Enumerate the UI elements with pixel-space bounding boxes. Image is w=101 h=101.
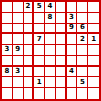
cell-r2c6[interactable] — [56, 13, 67, 24]
cell-r9c2[interactable] — [13, 88, 24, 99]
cell-r3c2[interactable] — [13, 24, 24, 35]
cell-r4c4: 7 — [34, 34, 45, 45]
cell-r9c9[interactable] — [88, 88, 99, 99]
cell-r7c2: 3 — [13, 67, 24, 78]
cell-r3c3[interactable] — [24, 24, 35, 35]
cell-r4c5[interactable] — [45, 34, 56, 45]
cell-r8c2[interactable] — [13, 77, 24, 88]
cell-r1c3: 2 — [24, 2, 35, 13]
cell-r8c7[interactable] — [67, 77, 78, 88]
cell-r6c3[interactable] — [24, 56, 35, 67]
cell-r2c5: 8 — [45, 13, 56, 24]
cell-r5c1: 3 — [2, 45, 13, 56]
cell-r8c1[interactable] — [2, 77, 13, 88]
cell-r8c8: 5 — [77, 77, 88, 88]
cell-r7c8[interactable] — [77, 67, 88, 78]
cell-r6c8[interactable] — [77, 56, 88, 67]
cell-r7c5[interactable] — [45, 67, 56, 78]
cell-r5c5[interactable] — [45, 45, 56, 56]
cell-r6c5[interactable] — [45, 56, 56, 67]
cell-r9c7[interactable] — [67, 88, 78, 99]
cell-r9c4[interactable] — [34, 88, 45, 99]
cell-r1c2[interactable] — [13, 2, 24, 13]
cell-r2c7: 3 — [67, 13, 78, 24]
cell-r5c2: 9 — [13, 45, 24, 56]
cell-r3c9[interactable] — [88, 24, 99, 35]
cell-r1c9[interactable] — [88, 2, 99, 13]
cell-r4c6[interactable] — [56, 34, 67, 45]
cell-r9c6[interactable] — [56, 88, 67, 99]
cell-r4c7[interactable] — [67, 34, 78, 45]
cell-r8c9[interactable] — [88, 77, 99, 88]
cell-r1c4: 5 — [34, 2, 45, 13]
cell-r7c1: 8 — [2, 67, 13, 78]
cell-r1c6[interactable] — [56, 2, 67, 13]
cell-r6c6[interactable] — [56, 56, 67, 67]
cell-r4c9: 1 — [88, 34, 99, 45]
cell-r7c6[interactable] — [56, 67, 67, 78]
cell-r9c8[interactable] — [77, 88, 88, 99]
cell-r3c4[interactable] — [34, 24, 45, 35]
cell-r1c7[interactable] — [67, 2, 78, 13]
cell-r2c9[interactable] — [88, 13, 99, 24]
cell-r4c1[interactable] — [2, 34, 13, 45]
cell-r6c1[interactable] — [2, 56, 13, 67]
cell-r3c8: 6 — [77, 24, 88, 35]
cell-r2c8[interactable] — [77, 13, 88, 24]
cell-r8c3[interactable] — [24, 77, 35, 88]
cell-r7c4[interactable] — [34, 67, 45, 78]
cell-r5c7[interactable] — [67, 45, 78, 56]
cell-r3c5[interactable] — [45, 24, 56, 35]
cell-r6c4[interactable] — [34, 56, 45, 67]
cell-r5c6[interactable] — [56, 45, 67, 56]
cell-r9c5[interactable] — [45, 88, 56, 99]
cell-r4c3[interactable] — [24, 34, 35, 45]
cell-r5c8[interactable] — [77, 45, 88, 56]
cell-r7c9[interactable] — [88, 67, 99, 78]
cell-r5c9[interactable] — [88, 45, 99, 56]
cell-r8c4: 1 — [34, 77, 45, 88]
cell-r9c3[interactable] — [24, 88, 35, 99]
cell-r7c7: 4 — [67, 67, 78, 78]
cell-r4c8: 2 — [77, 34, 88, 45]
sudoku-board: 25483967213983415 — [0, 0, 101, 101]
cell-r2c4[interactable] — [34, 13, 45, 24]
cell-r1c5: 4 — [45, 2, 56, 13]
cell-r2c3[interactable] — [24, 13, 35, 24]
cell-r7c3[interactable] — [24, 67, 35, 78]
cell-r4c2[interactable] — [13, 34, 24, 45]
cell-r3c7: 9 — [67, 24, 78, 35]
cell-r5c3[interactable] — [24, 45, 35, 56]
cell-r2c2[interactable] — [13, 13, 24, 24]
cell-r6c9[interactable] — [88, 56, 99, 67]
cell-r6c7[interactable] — [67, 56, 78, 67]
cell-r1c8[interactable] — [77, 2, 88, 13]
cell-r3c1[interactable] — [2, 24, 13, 35]
cell-r8c6[interactable] — [56, 77, 67, 88]
cell-r1c1[interactable] — [2, 2, 13, 13]
cell-r3c6[interactable] — [56, 24, 67, 35]
cell-r9c1[interactable] — [2, 88, 13, 99]
cell-r2c1[interactable] — [2, 13, 13, 24]
cell-r8c5[interactable] — [45, 77, 56, 88]
cell-r6c2[interactable] — [13, 56, 24, 67]
cell-r5c4[interactable] — [34, 45, 45, 56]
